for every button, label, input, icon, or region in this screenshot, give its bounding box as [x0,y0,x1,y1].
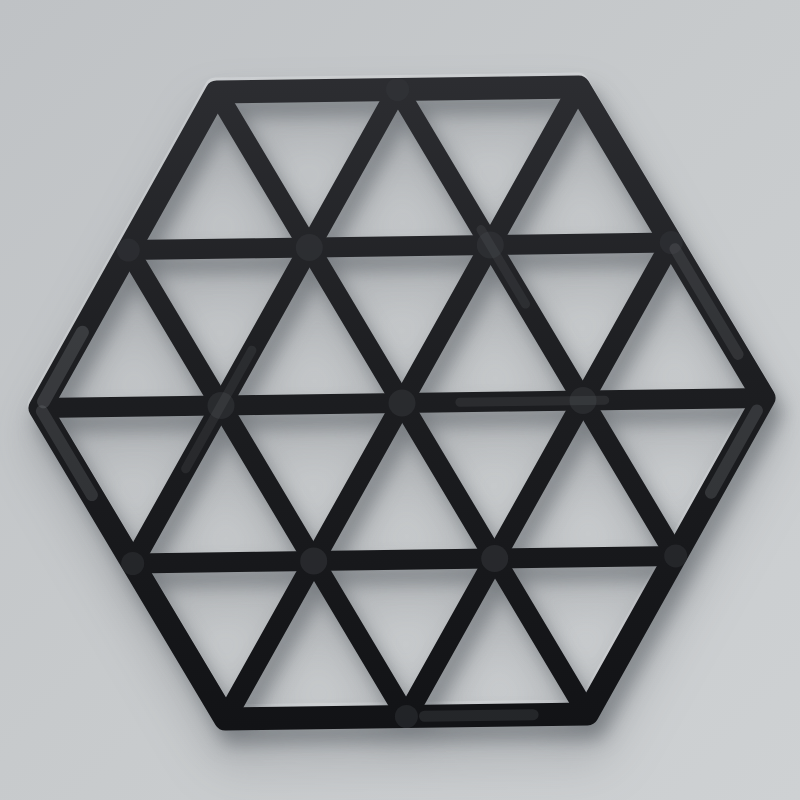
node-boss [389,390,416,417]
edge-node-boss [395,705,418,728]
rubber-smudge [711,411,757,493]
rubber-smudge [460,400,605,402]
lattice-strut [128,243,671,251]
rubber-smudge [42,411,92,495]
node-boss [300,548,327,575]
background-surface [0,0,800,800]
lattice-strut [133,556,676,564]
rubber-smudge [425,715,534,717]
trivet-frame [40,78,764,728]
node-boss [481,545,508,572]
edge-node-boss [117,239,140,262]
edge-node-boss [664,544,687,567]
node-boss [296,234,323,261]
rubber-smudge [675,249,738,355]
edge-node-boss [386,78,409,101]
edge-node-boss [121,552,144,575]
trivet-photo [0,0,800,800]
